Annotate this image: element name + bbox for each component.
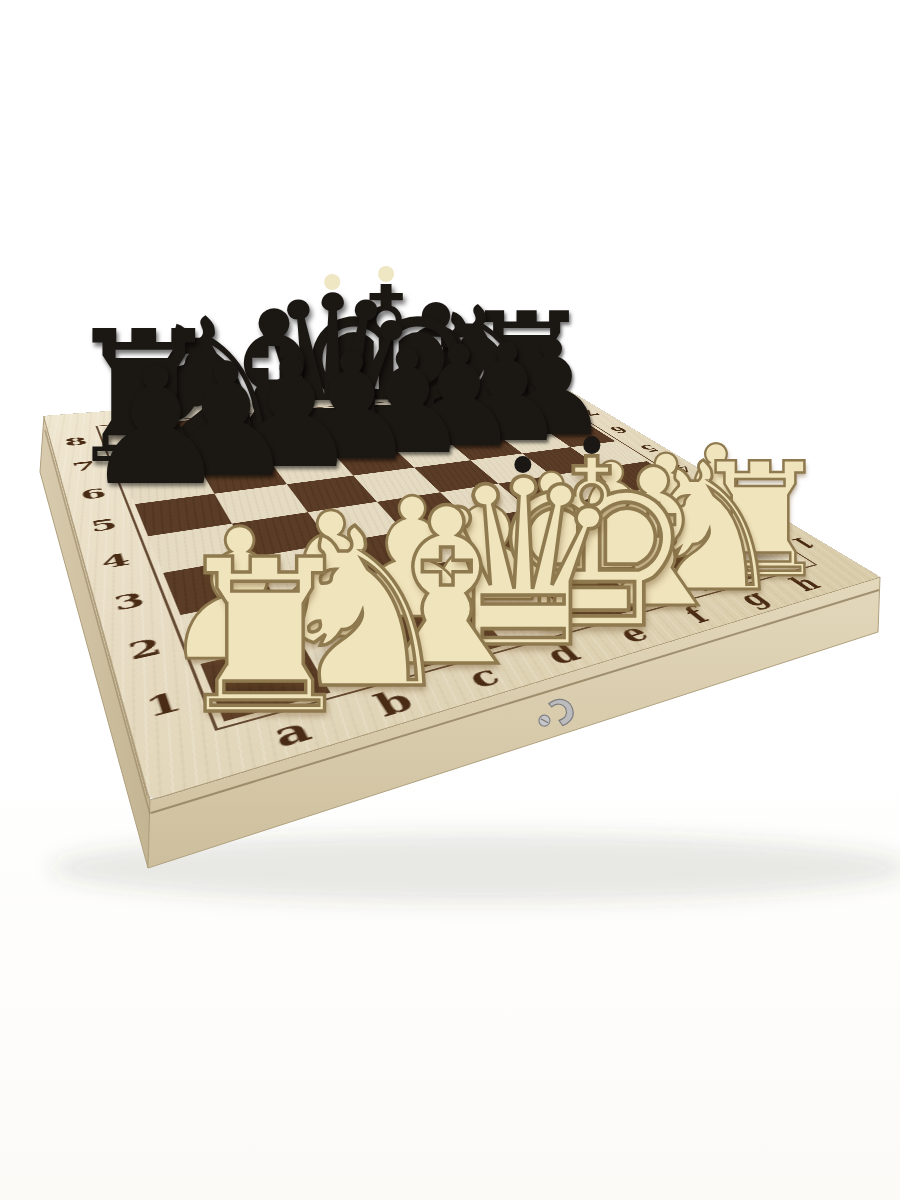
product-photo-scene: 8765432187654321abcdefgh ♜♞♝♛♚♝♞♜♟♟♟♟♟♟♟… [0,0,900,1200]
